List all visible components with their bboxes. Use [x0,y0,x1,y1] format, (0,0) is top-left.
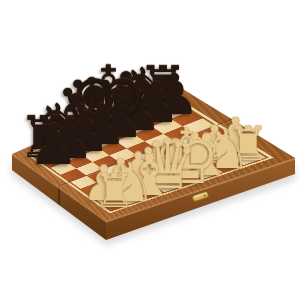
chess-set-photo: ♜♟♞♟♝♟♚♟♛♝♟♞♟♟♜♟♟♜♟♟♞♟♝♟♚♟♛♟♝♟♞♜ [0,0,300,300]
